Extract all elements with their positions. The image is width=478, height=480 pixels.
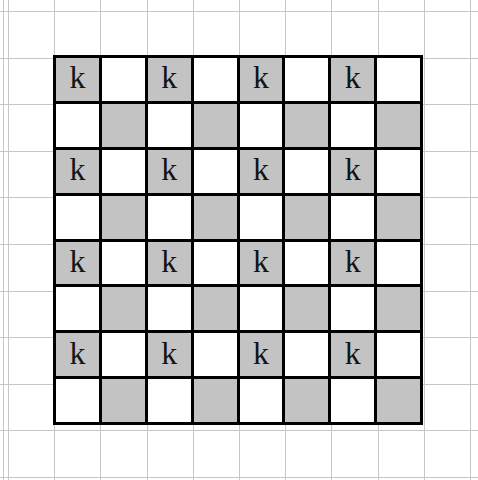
square-f3 — [285, 287, 328, 330]
square-d2 — [194, 333, 237, 376]
black-king-letter: k — [69, 61, 85, 93]
square-c4: k — [148, 242, 191, 285]
square-c3 — [148, 287, 191, 330]
square-f7 — [285, 104, 328, 147]
square-h8 — [377, 58, 420, 101]
square-g8: k — [331, 58, 374, 101]
square-d5 — [194, 196, 237, 239]
square-f2 — [285, 333, 328, 376]
black-king-letter: k — [253, 153, 269, 185]
square-c2: k — [148, 333, 191, 376]
black-king-letter: k — [253, 61, 269, 93]
black-king-letter: k — [161, 245, 177, 277]
chess-board: kkkkkkkkkkkkkkkk — [53, 55, 423, 425]
square-a7 — [56, 104, 99, 147]
square-f4 — [285, 242, 328, 285]
black-king-letter: k — [345, 337, 361, 369]
black-king-letter: k — [161, 153, 177, 185]
square-a1 — [56, 379, 99, 422]
black-king-letter: k — [69, 153, 85, 185]
square-c8: k — [148, 58, 191, 101]
square-c6: k — [148, 150, 191, 193]
black-king-letter: k — [345, 153, 361, 185]
square-d3 — [194, 287, 237, 330]
square-b3 — [102, 287, 145, 330]
black-king-letter: k — [69, 337, 85, 369]
square-g4: k — [331, 242, 374, 285]
square-d6 — [194, 150, 237, 193]
square-a3 — [56, 287, 99, 330]
square-b2 — [102, 333, 145, 376]
square-b1 — [102, 379, 145, 422]
black-king-letter: k — [69, 245, 85, 277]
square-h2 — [377, 333, 420, 376]
square-h4 — [377, 242, 420, 285]
square-g1 — [331, 379, 374, 422]
black-king-letter: k — [161, 61, 177, 93]
square-f1 — [285, 379, 328, 422]
square-h5 — [377, 196, 420, 239]
square-d1 — [194, 379, 237, 422]
square-b4 — [102, 242, 145, 285]
square-g2: k — [331, 333, 374, 376]
square-f6 — [285, 150, 328, 193]
square-c7 — [148, 104, 191, 147]
square-d7 — [194, 104, 237, 147]
square-e4: k — [240, 242, 283, 285]
black-king-letter: k — [345, 245, 361, 277]
black-king-letter: k — [345, 61, 361, 93]
square-e2: k — [240, 333, 283, 376]
square-h7 — [377, 104, 420, 147]
square-e8: k — [240, 58, 283, 101]
black-king-letter: k — [161, 337, 177, 369]
square-h3 — [377, 287, 420, 330]
square-g6: k — [331, 150, 374, 193]
square-a2: k — [56, 333, 99, 376]
square-c1 — [148, 379, 191, 422]
square-a5 — [56, 196, 99, 239]
square-e5 — [240, 196, 283, 239]
square-h1 — [377, 379, 420, 422]
square-g7 — [331, 104, 374, 147]
square-e1 — [240, 379, 283, 422]
square-b6 — [102, 150, 145, 193]
square-b7 — [102, 104, 145, 147]
black-king-letter: k — [253, 337, 269, 369]
square-g5 — [331, 196, 374, 239]
square-f8 — [285, 58, 328, 101]
square-h6 — [377, 150, 420, 193]
square-a8: k — [56, 58, 99, 101]
square-g3 — [331, 287, 374, 330]
square-c5 — [148, 196, 191, 239]
square-f5 — [285, 196, 328, 239]
square-d8 — [194, 58, 237, 101]
square-a6: k — [56, 150, 99, 193]
square-a4: k — [56, 242, 99, 285]
black-king-letter: k — [253, 245, 269, 277]
square-e7 — [240, 104, 283, 147]
square-e3 — [240, 287, 283, 330]
square-e6: k — [240, 150, 283, 193]
square-d4 — [194, 242, 237, 285]
square-b5 — [102, 196, 145, 239]
square-b8 — [102, 58, 145, 101]
